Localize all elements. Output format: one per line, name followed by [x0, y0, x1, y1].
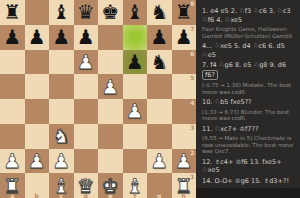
square-c3[interactable]: ♞ [49, 124, 74, 149]
move-line[interactable]: 7. f4 ♘g6 8. e5 ♘g8 9. d6 f6? [202, 61, 296, 80]
chess-board[interactable]: ♜♝♛♚♝♞♜8♟♟♟♟♟♟7♟♟♞6♟5♟4♞3♟♟♟♟♟2♜ab♝c♛d♚e… [0, 0, 196, 198]
piece-bP-a7[interactable]: ♟ [3, 27, 21, 47]
square-e3[interactable] [98, 124, 123, 149]
comment-line: (6.55 → Mate in 5) Checkmate is now unav… [202, 135, 296, 155]
rank-label-5: 5 [190, 74, 194, 81]
square-h2[interactable]: ♟2 [172, 149, 197, 174]
move-line[interactable]: 12. ♗c4+ ♔f6 13. fxe5+ ♘xe5 [202, 158, 296, 175]
square-b6[interactable] [25, 50, 50, 75]
analysis-app: ♜♝♛♚♝♞♜8♟♟♟♟♟♟7♟♟♞6♟5♟4♞3♟♟♟♟♟2♜ab♝c♛d♚e… [0, 0, 300, 198]
move-text: (6.55 → Mate in 5) Checkmate is now unav… [202, 135, 293, 154]
square-h5[interactable]: 5 [172, 74, 197, 99]
piece-wP-g2[interactable]: ♟ [150, 151, 168, 171]
move-line[interactable]: 11. ♘xc7+ ♔f7?? [202, 125, 296, 134]
move-line[interactable]: 1. e4 e5 2. ♘f3 ♘c6 3. ♘c3 ♘f6 4. ♘xe5 [202, 7, 296, 24]
piece-bN-g6[interactable]: ♞ [150, 52, 168, 72]
move-text[interactable]: 7. f4 ♘g6 8. e5 ♘g8 9. d6 [202, 61, 286, 69]
square-b5[interactable] [25, 74, 50, 99]
move-line[interactable]: 10. ♘b5 fxe5?? [202, 98, 296, 107]
rank-label-7: 7 [190, 25, 194, 32]
piece-bB-c8[interactable]: ♝ [52, 2, 70, 22]
square-e6[interactable] [98, 50, 123, 75]
move-text[interactable]: 14. O-O+ ♔g6 15. ♗d3+?! [202, 177, 289, 185]
move-line[interactable]: 4... ♘xe5 5. d4 ♘c6 6. d5 ♘e5 [202, 42, 296, 59]
square-g1[interactable]: g [147, 173, 172, 198]
file-label-c: c [59, 192, 63, 198]
square-d7[interactable]: ♟ [74, 25, 99, 50]
move-text[interactable]: 10. ♘b5 fxe5?? [202, 98, 252, 106]
piece-wP-a2[interactable]: ♟ [3, 151, 21, 171]
square-g8[interactable]: ♞ [147, 0, 172, 25]
move-text: (1.33 → 6.73) Blunder. The best move was… [202, 109, 289, 122]
piece-bP-d7[interactable]: ♟ [77, 27, 95, 47]
square-a8[interactable]: ♜ [0, 0, 25, 25]
comment-line: (-0.75 → 1.38) Mistake. The best move wa… [202, 82, 296, 95]
piece-bK-e8[interactable]: ♚ [101, 2, 119, 22]
square-g7[interactable]: ♟ [147, 25, 172, 50]
file-label-f: f [133, 192, 136, 198]
move-text: Four Knights Game, Halloween Gambit (Mül… [202, 26, 292, 39]
rank-label-4: 4 [190, 99, 194, 106]
square-h3[interactable]: 3 [172, 124, 197, 149]
move-list: 1. e4 e5 2. ♘f3 ♘c6 3. ♘c3 ♘f6 4. ♘xe5Fo… [202, 7, 296, 198]
piece-wN-c3[interactable]: ♞ [52, 126, 70, 146]
move-text: (-0.75 → 1.38) Mistake. The best move wa… [202, 82, 291, 95]
square-b7[interactable]: ♟ [25, 25, 50, 50]
rank-label-8: 8 [190, 0, 194, 7]
square-f8[interactable]: ♝ [123, 0, 148, 25]
square-d4[interactable] [74, 99, 99, 124]
square-e2[interactable] [98, 149, 123, 174]
square-h8[interactable]: ♜8 [172, 0, 197, 25]
piece-bN-g8[interactable]: ♞ [150, 2, 168, 22]
square-a7[interactable]: ♟ [0, 25, 25, 50]
rank-label-3: 3 [190, 124, 194, 131]
square-e7[interactable] [98, 25, 123, 50]
move-text[interactable]: 12. ♗c4+ ♔f6 13. fxe5+ ♘xe5 [202, 158, 282, 175]
square-d5[interactable] [74, 74, 99, 99]
piece-bP-b7[interactable]: ♟ [28, 27, 46, 47]
piece-wP-f4[interactable]: ♟ [126, 101, 144, 121]
square-d3[interactable] [74, 124, 99, 149]
rank-label-2: 2 [190, 149, 194, 156]
square-f5[interactable] [123, 74, 148, 99]
analysis-panel: 1. e4 e5 2. ♘f3 ♘c6 3. ♘c3 ♘f6 4. ♘xe5Fo… [196, 0, 300, 198]
square-e1[interactable]: ♚e [98, 173, 123, 198]
square-g6[interactable]: ♞ [147, 50, 172, 75]
square-f7[interactable] [123, 25, 148, 50]
rank-label-6: 6 [190, 50, 194, 57]
square-c5[interactable] [49, 74, 74, 99]
piece-bP-c7[interactable]: ♟ [52, 27, 70, 47]
square-g2[interactable]: ♟ [147, 149, 172, 174]
square-b4[interactable] [25, 99, 50, 124]
square-h7[interactable]: ♟7 [172, 25, 197, 50]
square-g4[interactable] [147, 99, 172, 124]
piece-bQ-d8[interactable]: ♛ [77, 2, 95, 22]
square-c2[interactable]: ♟ [49, 149, 74, 174]
piece-wP-b2[interactable]: ♟ [28, 151, 46, 171]
square-a1[interactable]: ♜a [0, 173, 25, 198]
file-label-e: e [108, 192, 112, 198]
square-f4[interactable]: ♟ [123, 99, 148, 124]
comment-line: (1.33 → 6.73) Blunder. The best move was… [202, 109, 296, 122]
piece-wP-e5[interactable]: ♟ [101, 77, 119, 97]
move-line[interactable]: 14. O-O+ ♔g6 15. ♗d3+?! [202, 177, 296, 186]
square-g5[interactable] [147, 74, 172, 99]
square-d2[interactable] [74, 149, 99, 174]
piece-wP-c2[interactable]: ♟ [52, 151, 70, 171]
square-d1[interactable]: ♛d [74, 173, 99, 198]
square-h4[interactable]: 4 [172, 99, 197, 124]
square-c4[interactable] [49, 99, 74, 124]
piece-wP-d6[interactable]: ♟ [77, 52, 95, 72]
square-b1[interactable]: b [25, 173, 50, 198]
square-c8[interactable]: ♝ [49, 0, 74, 25]
square-b2[interactable]: ♟ [25, 149, 50, 174]
square-a3[interactable] [0, 124, 25, 149]
square-a6[interactable] [0, 50, 25, 75]
square-a2[interactable]: ♟ [0, 149, 25, 174]
panel-footer [196, 188, 300, 198]
file-label-h: h [182, 192, 186, 198]
square-h1[interactable]: ♜1h [172, 173, 197, 198]
current-move[interactable]: f6? [202, 70, 218, 81]
square-e5[interactable]: ♟ [98, 74, 123, 99]
square-b3[interactable] [25, 124, 50, 149]
square-e4[interactable] [98, 99, 123, 124]
square-b8[interactable] [25, 0, 50, 25]
file-label-a: a [10, 192, 14, 198]
piece-bP-g7[interactable]: ♟ [150, 27, 168, 47]
square-a4[interactable] [0, 99, 25, 124]
piece-bP-f6[interactable]: ♟ [126, 52, 144, 72]
square-f3[interactable] [123, 124, 148, 149]
piece-bR-a8[interactable]: ♜ [3, 2, 21, 22]
square-e8[interactable]: ♚ [98, 0, 123, 25]
opening-name: Four Knights Game, Halloween Gambit (Mül… [202, 26, 296, 39]
square-f1[interactable]: ♝f [123, 173, 148, 198]
file-label-d: d [84, 192, 88, 198]
square-h6[interactable]: 6 [172, 50, 197, 75]
piece-bB-f8[interactable]: ♝ [126, 2, 144, 22]
square-g3[interactable] [147, 124, 172, 149]
move-text[interactable]: 4... ♘xe5 5. d4 ♘c6 6. d5 ♘e5 [202, 42, 285, 59]
move-text[interactable]: 11. ♘xc7+ ♔f7?? [202, 125, 258, 133]
square-f2[interactable] [123, 149, 148, 174]
square-a5[interactable] [0, 74, 25, 99]
file-label-b: b [35, 192, 39, 198]
move-text[interactable]: 1. e4 e5 2. ♘f3 ♘c6 3. ♘c3 ♘f6 4. ♘xe5 [202, 7, 291, 24]
rank-label-1: 1 [190, 173, 194, 180]
file-label-g: g [157, 192, 161, 198]
square-c7[interactable]: ♟ [49, 25, 74, 50]
square-c6[interactable] [49, 50, 74, 75]
square-d8[interactable]: ♛ [74, 0, 99, 25]
square-d6[interactable]: ♟ [74, 50, 99, 75]
square-f6[interactable]: ♟ [123, 50, 148, 75]
square-c1[interactable]: ♝c [49, 173, 74, 198]
